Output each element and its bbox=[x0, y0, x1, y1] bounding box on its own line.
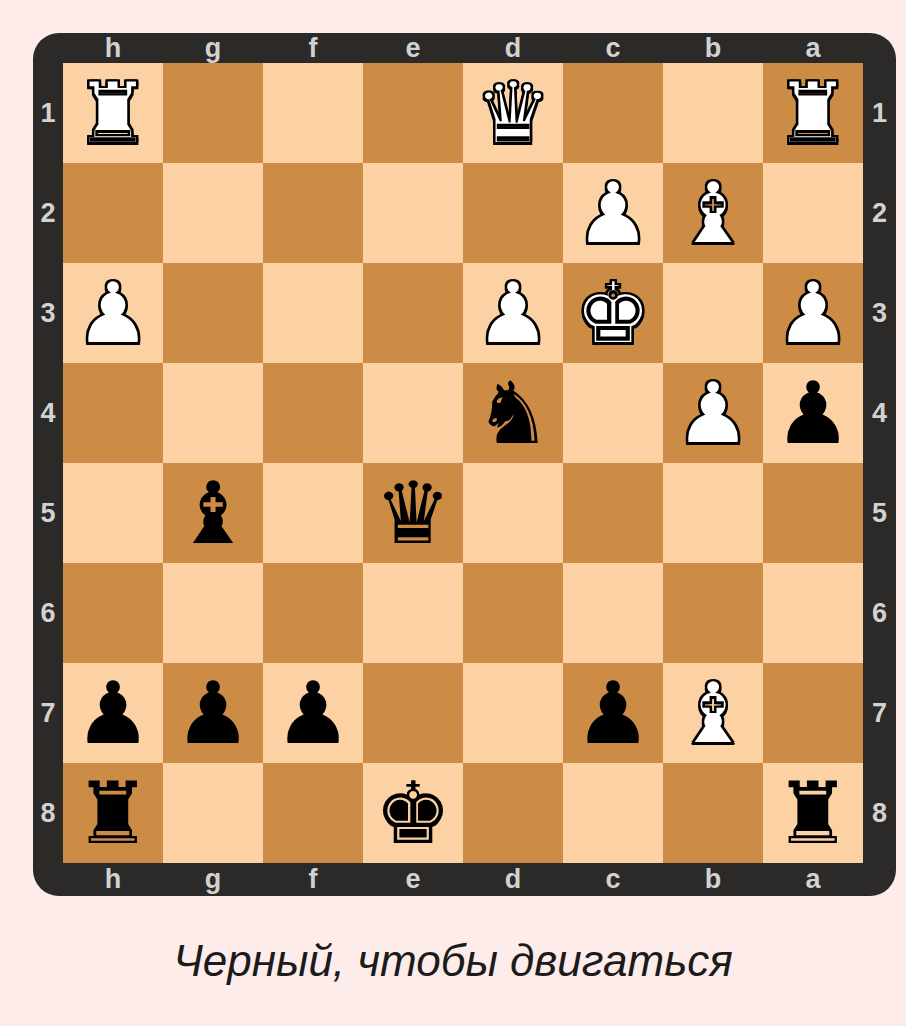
black-rook-h8: ♜ bbox=[63, 763, 163, 863]
square-b3[interactable] bbox=[663, 263, 763, 363]
square-g1[interactable] bbox=[163, 63, 263, 163]
square-e2[interactable] bbox=[363, 163, 463, 263]
white-rook-a1: ♜ bbox=[763, 63, 863, 163]
square-b6[interactable] bbox=[663, 563, 763, 663]
square-a8[interactable]: ♜ bbox=[763, 763, 863, 863]
square-a4[interactable]: ♟ bbox=[763, 363, 863, 463]
white-pawn-d3: ♟ bbox=[463, 263, 563, 363]
black-pawn-h7: ♟ bbox=[63, 663, 163, 763]
white-pawn-c2: ♟ bbox=[563, 163, 663, 263]
square-h6[interactable] bbox=[63, 563, 163, 663]
rank-label-3-left: 3 bbox=[33, 263, 63, 363]
square-f2[interactable] bbox=[263, 163, 363, 263]
rank-label-4-right: 4 bbox=[863, 363, 896, 463]
square-f7[interactable]: ♟ bbox=[263, 663, 363, 763]
square-e5[interactable]: ♛ bbox=[363, 463, 463, 563]
black-pawn-a4: ♟ bbox=[763, 363, 863, 463]
square-h3[interactable]: ♟ bbox=[63, 263, 163, 363]
square-h8[interactable]: ♜ bbox=[63, 763, 163, 863]
rank-label-7-left: 7 bbox=[33, 663, 63, 763]
rank-label-6-left: 6 bbox=[33, 563, 63, 663]
square-a1[interactable]: ♜ bbox=[763, 63, 863, 163]
square-e1[interactable] bbox=[363, 63, 463, 163]
file-label-d-bottom: d bbox=[463, 863, 563, 896]
square-d3[interactable]: ♟ bbox=[463, 263, 563, 363]
square-g5[interactable]: ♝ bbox=[163, 463, 263, 563]
square-a2[interactable] bbox=[763, 163, 863, 263]
file-label-b-top: b bbox=[663, 33, 763, 63]
square-c8[interactable] bbox=[563, 763, 663, 863]
rank-label-6-right: 6 bbox=[863, 563, 896, 663]
square-b1[interactable] bbox=[663, 63, 763, 163]
file-label-f-top: f bbox=[263, 33, 363, 63]
square-g8[interactable] bbox=[163, 763, 263, 863]
square-d6[interactable] bbox=[463, 563, 563, 663]
square-c3[interactable]: ♚ bbox=[563, 263, 663, 363]
square-f6[interactable] bbox=[263, 563, 363, 663]
square-f5[interactable] bbox=[263, 463, 363, 563]
white-rook-h1: ♜ bbox=[63, 63, 163, 163]
side-to-move-caption: Черный, чтобы двигаться bbox=[0, 936, 906, 986]
square-f1[interactable] bbox=[263, 63, 363, 163]
square-c5[interactable] bbox=[563, 463, 663, 563]
square-a3[interactable]: ♟ bbox=[763, 263, 863, 363]
square-b7[interactable]: ♝ bbox=[663, 663, 763, 763]
white-queen-d1: ♛ bbox=[463, 63, 563, 163]
frame-corner bbox=[863, 863, 896, 896]
rank-label-1-left: 1 bbox=[33, 63, 63, 163]
file-label-e-top: e bbox=[363, 33, 463, 63]
square-b8[interactable] bbox=[663, 763, 763, 863]
rank-label-5-left: 5 bbox=[33, 463, 63, 563]
black-queen-e5: ♛ bbox=[363, 463, 463, 563]
file-label-b-bottom: b bbox=[663, 863, 763, 896]
square-d8[interactable] bbox=[463, 763, 563, 863]
square-c6[interactable] bbox=[563, 563, 663, 663]
file-label-g-bottom: g bbox=[163, 863, 263, 896]
black-knight-d4: ♞ bbox=[463, 363, 563, 463]
square-e4[interactable] bbox=[363, 363, 463, 463]
white-bishop-b7: ♝ bbox=[663, 663, 763, 763]
square-h5[interactable] bbox=[63, 463, 163, 563]
square-d5[interactable] bbox=[463, 463, 563, 563]
black-rook-a8: ♜ bbox=[763, 763, 863, 863]
white-bishop-b2: ♝ bbox=[663, 163, 763, 263]
file-label-a-bottom: a bbox=[763, 863, 863, 896]
file-label-e-bottom: e bbox=[363, 863, 463, 896]
square-c1[interactable] bbox=[563, 63, 663, 163]
square-g3[interactable] bbox=[163, 263, 263, 363]
black-pawn-c7: ♟ bbox=[563, 663, 663, 763]
white-king-c3: ♚ bbox=[563, 263, 663, 363]
file-label-a-top: a bbox=[763, 33, 863, 63]
file-label-d-top: d bbox=[463, 33, 563, 63]
black-king-e8: ♚ bbox=[363, 763, 463, 863]
square-g4[interactable] bbox=[163, 363, 263, 463]
chess-board: hgfedcba1♜♛♜12♟♝23♟♟♚♟34♞♟♟45♝♛5667♟♟♟♟♝… bbox=[33, 33, 896, 896]
square-e8[interactable]: ♚ bbox=[363, 763, 463, 863]
rank-label-8-right: 8 bbox=[863, 763, 896, 863]
square-b2[interactable]: ♝ bbox=[663, 163, 763, 263]
file-label-f-bottom: f bbox=[263, 863, 363, 896]
rank-label-2-left: 2 bbox=[33, 163, 63, 263]
square-h7[interactable]: ♟ bbox=[63, 663, 163, 763]
rank-label-4-left: 4 bbox=[33, 363, 63, 463]
file-label-g-top: g bbox=[163, 33, 263, 63]
black-pawn-g7: ♟ bbox=[163, 663, 263, 763]
square-c7[interactable]: ♟ bbox=[563, 663, 663, 763]
rank-label-5-right: 5 bbox=[863, 463, 896, 563]
square-d2[interactable] bbox=[463, 163, 563, 263]
square-a6[interactable] bbox=[763, 563, 863, 663]
rank-label-7-right: 7 bbox=[863, 663, 896, 763]
square-d4[interactable]: ♞ bbox=[463, 363, 563, 463]
square-d1[interactable]: ♛ bbox=[463, 63, 563, 163]
square-c2[interactable]: ♟ bbox=[563, 163, 663, 263]
black-bishop-g5: ♝ bbox=[163, 463, 263, 563]
rank-label-3-right: 3 bbox=[863, 263, 896, 363]
square-f8[interactable] bbox=[263, 763, 363, 863]
white-pawn-h3: ♟ bbox=[63, 263, 163, 363]
black-pawn-f7: ♟ bbox=[263, 663, 363, 763]
frame-corner bbox=[33, 863, 63, 896]
file-label-h-bottom: h bbox=[63, 863, 163, 896]
white-pawn-b4: ♟ bbox=[663, 363, 763, 463]
white-pawn-a3: ♟ bbox=[763, 263, 863, 363]
square-f4[interactable] bbox=[263, 363, 363, 463]
square-f3[interactable] bbox=[263, 263, 363, 363]
square-a7[interactable] bbox=[763, 663, 863, 763]
square-h2[interactable] bbox=[63, 163, 163, 263]
frame-corner bbox=[33, 33, 63, 63]
square-g7[interactable]: ♟ bbox=[163, 663, 263, 763]
square-h4[interactable] bbox=[63, 363, 163, 463]
square-h1[interactable]: ♜ bbox=[63, 63, 163, 163]
rank-label-2-right: 2 bbox=[863, 163, 896, 263]
file-label-c-bottom: c bbox=[563, 863, 663, 896]
square-e7[interactable] bbox=[363, 663, 463, 763]
square-b4[interactable]: ♟ bbox=[663, 363, 763, 463]
frame-corner bbox=[863, 33, 896, 63]
rank-label-8-left: 8 bbox=[33, 763, 63, 863]
square-a5[interactable] bbox=[763, 463, 863, 563]
square-b5[interactable] bbox=[663, 463, 763, 563]
file-label-c-top: c bbox=[563, 33, 663, 63]
file-label-h-top: h bbox=[63, 33, 163, 63]
square-c4[interactable] bbox=[563, 363, 663, 463]
square-e3[interactable] bbox=[363, 263, 463, 363]
square-d7[interactable] bbox=[463, 663, 563, 763]
square-g2[interactable] bbox=[163, 163, 263, 263]
square-e6[interactable] bbox=[363, 563, 463, 663]
rank-label-1-right: 1 bbox=[863, 63, 896, 163]
square-g6[interactable] bbox=[163, 563, 263, 663]
